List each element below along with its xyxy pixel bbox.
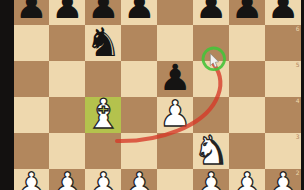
square-d4[interactable] [121,97,157,133]
black-knight: ♞ [85,22,121,62]
rank-label-5: 5 [296,62,300,68]
square-c3[interactable] [85,133,121,169]
square-e6[interactable] [157,25,193,61]
square-b4[interactable] [49,97,85,133]
square-a2[interactable]: ♟ [14,169,50,190]
white-pawn: ♟ [15,168,47,190]
square-b7[interactable]: ♟ [49,0,85,25]
square-c6[interactable]: ♞ [85,25,121,61]
white-pawn: ♟ [87,168,119,190]
square-f6[interactable] [193,25,229,61]
rank-label-3: 3 [296,134,300,140]
rank-label-6: 6 [296,26,300,32]
square-h2[interactable]: ♟2 [265,169,301,190]
square-b6[interactable] [49,25,85,61]
square-b2[interactable]: ♟ [49,169,85,190]
square-a4[interactable] [14,97,50,133]
square-e7[interactable] [157,0,193,25]
square-g6[interactable] [229,25,265,61]
square-a7[interactable]: ♟ [14,0,50,25]
square-d2[interactable]: ♟ [121,169,157,190]
square-d6[interactable] [121,25,157,61]
square-h5[interactable]: 5 [265,61,301,97]
square-f2[interactable]: ♟ [193,169,229,190]
square-e2[interactable] [157,169,193,190]
white-pawn: ♟ [267,168,299,190]
square-d7[interactable]: ♟ [121,0,157,25]
black-pawn: ♟ [231,0,263,24]
square-h7[interactable]: ♟ [265,0,301,25]
square-d3[interactable] [121,133,157,169]
white-pawn: ♟ [195,168,227,190]
black-pawn: ♟ [159,60,191,96]
black-pawn: ♟ [15,0,47,24]
square-g7[interactable]: ♟ [229,0,265,25]
square-h4[interactable]: 4 [265,97,301,133]
square-d5[interactable] [121,61,157,97]
rank-label-4: 4 [296,98,300,104]
square-f7[interactable]: ♟ [193,0,229,25]
square-a3[interactable] [14,133,50,169]
square-a5[interactable] [14,61,50,97]
square-a6[interactable] [14,25,50,61]
chess-board: ♟♟♟♟♟♟♟♞6♟5♝♟4♞3♟♟♟♟♟♟♟2 [14,0,302,190]
square-g3[interactable] [229,133,265,169]
square-f3[interactable]: ♞ [193,133,229,169]
square-g2[interactable]: ♟ [229,169,265,190]
square-h3[interactable]: 3 [265,133,301,169]
video-frame: ♟♟♟♟♟♟♟♞6♟5♝♟4♞3♟♟♟♟♟♟♟2 [0,0,304,190]
rank-label-2: 2 [296,170,300,176]
square-c4[interactable]: ♝ [85,97,121,133]
white-pawn: ♟ [231,168,263,190]
square-g5[interactable] [229,61,265,97]
white-pawn: ♟ [159,96,191,132]
square-c2[interactable]: ♟ [85,169,121,190]
white-pawn: ♟ [51,168,83,190]
black-pawn: ♟ [123,0,155,24]
square-b5[interactable] [49,61,85,97]
square-e3[interactable] [157,133,193,169]
black-pawn: ♟ [267,0,299,24]
square-b3[interactable] [49,133,85,169]
square-h6[interactable]: 6 [265,25,301,61]
square-g4[interactable] [229,97,265,133]
black-pawn: ♟ [51,0,83,24]
white-bishop: ♝ [85,94,122,135]
square-f5[interactable] [193,61,229,97]
square-e4[interactable]: ♟ [157,97,193,133]
black-pawn: ♟ [195,0,227,24]
white-pawn: ♟ [123,168,155,190]
square-e5[interactable]: ♟ [157,61,193,97]
